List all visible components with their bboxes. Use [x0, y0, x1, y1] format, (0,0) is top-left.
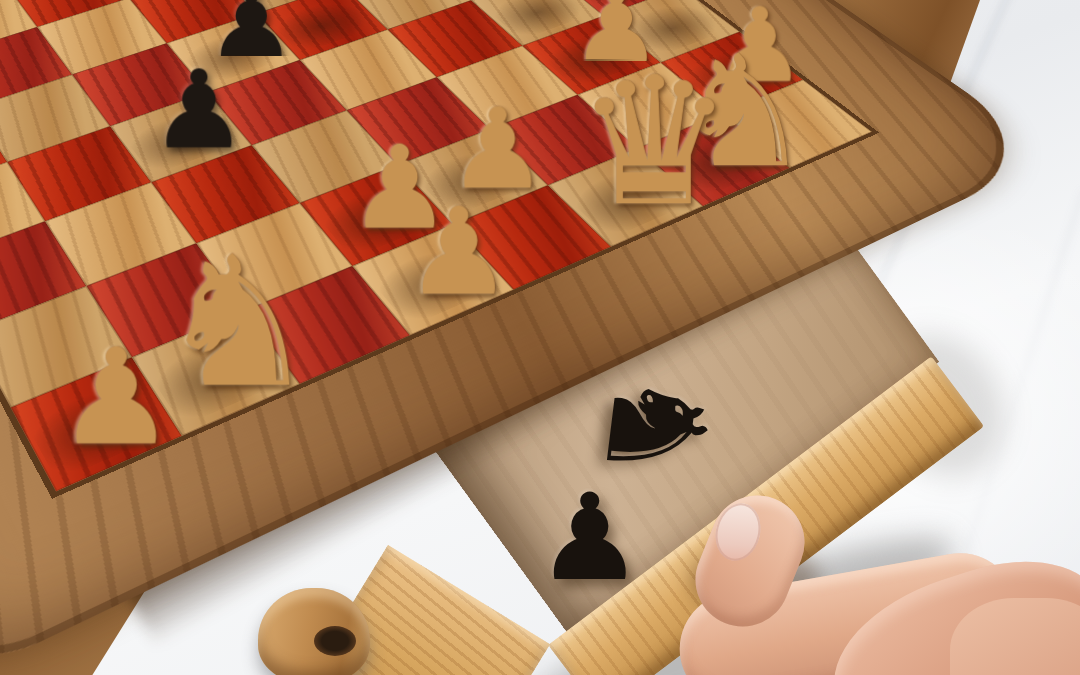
product-photo-chess-set: { "game": "chess", "scene_description": …	[0, 0, 1080, 675]
hand	[0, 0, 1080, 675]
